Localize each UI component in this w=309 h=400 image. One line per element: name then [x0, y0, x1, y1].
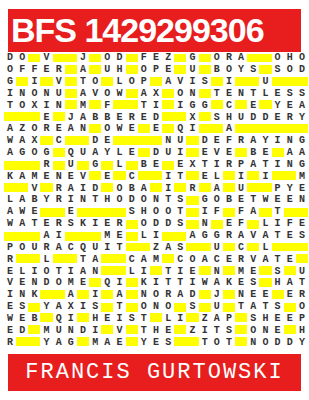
grid-cell: D [4, 52, 16, 64]
grid-cell: V [247, 253, 259, 265]
grid-cell: R [162, 289, 174, 301]
grid-cell [199, 289, 211, 301]
grid-cell [4, 182, 16, 194]
grid-cell [138, 123, 150, 135]
grid-cell: J [65, 111, 77, 123]
grid-cell [199, 301, 211, 313]
grid-cell [284, 241, 296, 253]
grid-cell: F [235, 218, 247, 230]
grid-cell [113, 253, 125, 265]
grid-cell: Z [16, 123, 28, 135]
grid-cell: T [259, 159, 271, 171]
grid-cell: S [126, 312, 138, 324]
grid-cell: L [259, 88, 271, 100]
grid-cell: G [40, 147, 52, 159]
grid-cell: E [40, 64, 52, 76]
grid-cell [126, 218, 138, 230]
grid-cell [235, 336, 247, 348]
grid-cell [65, 135, 77, 147]
grid-cell: I [150, 99, 162, 111]
grid-cell [272, 147, 284, 159]
grid-cell: E [113, 230, 125, 242]
grid-cell: V [174, 76, 186, 88]
grid-cell: Y [284, 182, 296, 194]
grid-cell: L [259, 218, 271, 230]
grid-cell: O [4, 64, 16, 76]
grid-cell: A [89, 147, 101, 159]
grid-cell [113, 170, 125, 182]
grid-cell: U [53, 324, 65, 336]
grid-cell [4, 111, 16, 123]
grid-cell: E [272, 88, 284, 100]
grid-cell [162, 99, 174, 111]
grid-cell: E [126, 147, 138, 159]
grid-cell [126, 277, 138, 289]
grid-cell: U [89, 241, 101, 253]
grid-cell: V [89, 88, 101, 100]
grid-cell: T [4, 99, 16, 111]
grid-cell: A [284, 277, 296, 289]
grid-cell: U [235, 111, 247, 123]
grid-cell: D [259, 111, 271, 123]
grid-cell [113, 99, 125, 111]
grid-cell: O [101, 88, 113, 100]
grid-cell: N [77, 123, 89, 135]
grid-cell: I [211, 159, 223, 171]
grid-cell: N [16, 289, 28, 301]
grid-cell: G [296, 159, 308, 171]
grid-cell: T [162, 265, 174, 277]
grid-cell [235, 147, 247, 159]
grid-cell: R [53, 64, 65, 76]
grid-cell [272, 76, 284, 88]
grid-cell: Q [101, 277, 113, 289]
grid-cell [223, 289, 235, 301]
grid-cell [28, 253, 40, 265]
grid-cell: I [162, 170, 174, 182]
grid-cell: A [53, 336, 65, 348]
grid-cell [296, 241, 308, 253]
grid-cell: U [296, 265, 308, 277]
grid-cell: A [113, 289, 125, 301]
grid-cell: A [174, 289, 186, 301]
grid-cell [296, 76, 308, 88]
grid-cell: A [65, 123, 77, 135]
grid-cell: B [247, 147, 259, 159]
grid-cell: B [89, 111, 101, 123]
grid-cell: E [162, 324, 174, 336]
grid-cell: C [126, 170, 138, 182]
grid-cell: S [199, 76, 211, 88]
grid-cell [199, 111, 211, 123]
grid-cell: R [223, 52, 235, 64]
grid-cell: N [162, 135, 174, 147]
grid-cell: G [199, 99, 211, 111]
grid-cell: O [113, 194, 125, 206]
grid-cell [162, 123, 174, 135]
grid-cell: H [284, 52, 296, 64]
grid-cell: R [53, 218, 65, 230]
grid-cell: E [150, 123, 162, 135]
grid-cell: D [284, 336, 296, 348]
grid-cell: M [235, 265, 247, 277]
grid-cell: O [89, 76, 101, 88]
grid-cell: O [53, 277, 65, 289]
grid-cell: A [77, 64, 89, 76]
grid-cell [186, 336, 198, 348]
grid-cell: Z [199, 312, 211, 324]
grid-cell [16, 111, 28, 123]
grid-cell: F [16, 64, 28, 76]
grid-cell: D [89, 135, 101, 147]
grid-cell [199, 64, 211, 76]
grid-cell: H [101, 194, 113, 206]
grid-cell: L [126, 265, 138, 277]
grid-cell: O [272, 52, 284, 64]
grid-cell: A [259, 253, 271, 265]
grid-cell: E [259, 147, 271, 159]
grid-cell: O [138, 64, 150, 76]
grid-cell: O [162, 301, 174, 313]
grid-cell [4, 230, 16, 242]
grid-cell: L [40, 253, 52, 265]
grid-cell: L [113, 147, 125, 159]
grid-cell [113, 135, 125, 147]
grid-cell: X [28, 99, 40, 111]
grid-cell [40, 289, 52, 301]
grid-cell [16, 182, 28, 194]
grid-cell [162, 111, 174, 123]
grid-cell: E [247, 265, 259, 277]
grid-cell [28, 111, 40, 123]
grid-cell: V [53, 76, 65, 88]
grid-cell: E [150, 52, 162, 64]
grid-cell [126, 159, 138, 171]
grid-cell: R [186, 182, 198, 194]
grid-cell: R [223, 159, 235, 171]
grid-cell: E [162, 64, 174, 76]
grid-cell: O [223, 64, 235, 76]
grid-cell [101, 182, 113, 194]
grid-cell: C [211, 253, 223, 265]
grid-cell: O [211, 336, 223, 348]
grid-cell: E [40, 218, 52, 230]
grid-cell [186, 135, 198, 147]
grid-cell: S [174, 218, 186, 230]
grid-cell [223, 206, 235, 218]
grid-cell: T [113, 241, 125, 253]
grid-cell [16, 253, 28, 265]
grid-cell: I [89, 289, 101, 301]
grid-cell: E [65, 206, 77, 218]
grid-cell: G [4, 76, 16, 88]
grid-cell: C [126, 253, 138, 265]
grid-cell: O [28, 123, 40, 135]
grid-cell [235, 99, 247, 111]
grid-cell: E [150, 159, 162, 171]
grid-cell: N [235, 88, 247, 100]
grid-cell: Z [150, 241, 162, 253]
grid-cell: X [186, 159, 198, 171]
grid-cell: T [162, 277, 174, 289]
grid-cell: I [40, 99, 52, 111]
grid-cell [296, 206, 308, 218]
grid-cell: V [247, 230, 259, 242]
grid-cell [223, 265, 235, 277]
grid-cell [89, 230, 101, 242]
grid-cell: N [235, 289, 247, 301]
grid-cell: I [101, 241, 113, 253]
grid-cell: T [174, 277, 186, 289]
grid-cell: E [77, 277, 89, 289]
grid-cell: U [28, 241, 40, 253]
grid-cell: Y [296, 111, 308, 123]
grid-cell: A [65, 182, 77, 194]
grid-cell: E [235, 277, 247, 289]
grid-cell [77, 135, 89, 147]
grid-cell: L [162, 312, 174, 324]
grid-cell: O [16, 52, 28, 64]
grid-cell: I [199, 206, 211, 218]
grid-cell: D [150, 218, 162, 230]
grid-cell [126, 99, 138, 111]
grid-cell: E [272, 324, 284, 336]
grid-cell: E [296, 218, 308, 230]
grid-cell [174, 324, 186, 336]
grid-cell: C [65, 241, 77, 253]
grid-cell: E [4, 265, 16, 277]
grid-cell: E [259, 289, 271, 301]
grid-cell: E [126, 123, 138, 135]
grid-cell: F [28, 64, 40, 76]
grid-cell: N [138, 289, 150, 301]
grid-cell: R [40, 241, 52, 253]
grid-cell: B [28, 312, 40, 324]
grid-cell: I [77, 301, 89, 313]
grid-cell: S [211, 111, 223, 123]
grid-cell: A [223, 123, 235, 135]
grid-cell [101, 324, 113, 336]
grid-cell [162, 159, 174, 171]
grid-cell: K [28, 289, 40, 301]
grid-cell: A [16, 170, 28, 182]
grid-cell: I [89, 324, 101, 336]
grid-cell [77, 206, 89, 218]
grid-cell: N [284, 135, 296, 147]
grid-cell: A [16, 135, 28, 147]
grid-cell: D [199, 135, 211, 147]
grid-cell: A [247, 159, 259, 171]
grid-cell: B [211, 64, 223, 76]
grid-cell: S [186, 301, 198, 313]
grid-cell [162, 88, 174, 100]
grid-cell: V [40, 52, 52, 64]
grid-cell [101, 301, 113, 313]
grid-cell: T [138, 312, 150, 324]
grid-cell: D [247, 111, 259, 123]
grid-cell: N [186, 88, 198, 100]
grid-cell: A [186, 230, 198, 242]
grid-cell [247, 182, 259, 194]
grid-cell [126, 336, 138, 348]
grid-cell [223, 301, 235, 313]
grid-cell: F [235, 206, 247, 218]
grid-cell: O [186, 253, 198, 265]
grid-cell: T [199, 159, 211, 171]
grid-cell: R [4, 336, 16, 348]
grid-cell: Y [40, 194, 52, 206]
grid-cell [77, 159, 89, 171]
grid-cell: T [259, 301, 271, 313]
grid-cell: N [296, 194, 308, 206]
grid-cell: D [126, 194, 138, 206]
grid-cell: V [4, 277, 16, 289]
grid-cell [113, 206, 125, 218]
grid-cell: T [199, 336, 211, 348]
grid-cell [89, 99, 101, 111]
grid-cell: E [53, 123, 65, 135]
grid-cell: U [162, 147, 174, 159]
grid-cell: N [65, 324, 77, 336]
grid-cell: R [235, 253, 247, 265]
grid-cell: V [28, 182, 40, 194]
grid-cell [272, 241, 284, 253]
grid-cell [199, 123, 211, 135]
grid-cell: D [89, 182, 101, 194]
grid-cell: I [89, 218, 101, 230]
grid-cell: O [16, 241, 28, 253]
grid-cell: W [4, 312, 16, 324]
grid-cell [126, 241, 138, 253]
grid-cell: I [28, 265, 40, 277]
grid-cell: I [65, 265, 77, 277]
grid-cell [53, 52, 65, 64]
grid-cell: N [259, 324, 271, 336]
puzzle-grid: DOVJODFEZGORAOHOOFFERAUHOPEUBOYSSODGIVTO… [4, 52, 308, 348]
grid-cell: D [77, 324, 89, 336]
grid-cell [126, 301, 138, 313]
grid-cell: U [53, 88, 65, 100]
grid-cell [235, 76, 247, 88]
grid-cell: U [235, 182, 247, 194]
grid-cell: U [186, 64, 198, 76]
grid-cell [28, 301, 40, 313]
grid-cell [162, 230, 174, 242]
grid-cell: I [223, 76, 235, 88]
grid-cell: O [138, 301, 150, 313]
grid-cell: M [65, 277, 77, 289]
grid-cell: A [65, 289, 77, 301]
grid-cell [126, 135, 138, 147]
grid-cell: E [16, 277, 28, 289]
grid-cell: A [16, 194, 28, 206]
grid-cell: A [162, 241, 174, 253]
grid-cell: E [235, 194, 247, 206]
grid-cell: O [126, 76, 138, 88]
grid-cell: N [150, 194, 162, 206]
grid-cell: I [186, 76, 198, 88]
grid-cell [53, 159, 65, 171]
grid-cell: E [284, 230, 296, 242]
grid-cell [211, 123, 223, 135]
grid-cell [16, 159, 28, 171]
grid-cell: Y [40, 301, 52, 313]
grid-cell [65, 52, 77, 64]
grid-cell: A [296, 147, 308, 159]
grid-cell: R [40, 123, 52, 135]
grid-cell: X [186, 111, 198, 123]
grid-cell: N [199, 218, 211, 230]
grid-cell: A [247, 135, 259, 147]
grid-cell: U [259, 76, 271, 88]
grid-cell: A [4, 147, 16, 159]
grid-cell: U [77, 147, 89, 159]
grid-cell: I [186, 277, 198, 289]
grid-cell: A [77, 111, 89, 123]
grid-cell: R [235, 135, 247, 147]
grid-cell [284, 170, 296, 182]
grid-cell [247, 241, 259, 253]
grid-cell: D [150, 111, 162, 123]
grid-cell: L [211, 170, 223, 182]
grid-cell [296, 123, 308, 135]
grid-cell: Q [65, 147, 77, 159]
grid-cell [89, 123, 101, 135]
grid-cell: E [174, 159, 186, 171]
grid-cell: E [211, 135, 223, 147]
grid-cell [284, 76, 296, 88]
grid-cell: S [272, 265, 284, 277]
grid-cell [150, 182, 162, 194]
grid-cell [259, 265, 271, 277]
grid-cell [77, 336, 89, 348]
grid-cell: C [223, 99, 235, 111]
grid-cell: T [89, 194, 101, 206]
grid-cell: I [272, 159, 284, 171]
grid-cell: O [28, 147, 40, 159]
grid-cell: O [101, 123, 113, 135]
grid-cell: S [126, 206, 138, 218]
grid-cell: H [296, 324, 308, 336]
grid-cell: T [77, 76, 89, 88]
grid-cell [247, 52, 259, 64]
grid-cell [77, 312, 89, 324]
grid-cell [259, 277, 271, 289]
grid-cell: G [89, 159, 101, 171]
grid-cell: B [126, 182, 138, 194]
grid-cell [174, 64, 186, 76]
grid-cell: O [40, 265, 52, 277]
grid-cell: K [223, 277, 235, 289]
grid-cell: M [101, 230, 113, 242]
grid-cell: I [28, 76, 40, 88]
grid-cell: X [150, 88, 162, 100]
grid-cell [162, 253, 174, 265]
grid-cell: X [28, 135, 40, 147]
grid-cell: K [4, 170, 16, 182]
grid-cell: A [77, 88, 89, 100]
grid-cell [126, 88, 138, 100]
grid-cell [296, 253, 308, 265]
grid-cell: G [65, 336, 77, 348]
grid-cell [186, 218, 198, 230]
grid-cell: Y [235, 64, 247, 76]
grid-cell: A [247, 301, 259, 313]
grid-cell: F [101, 99, 113, 111]
grid-cell [186, 241, 198, 253]
grid-cell: N [77, 194, 89, 206]
grid-cell [101, 206, 113, 218]
